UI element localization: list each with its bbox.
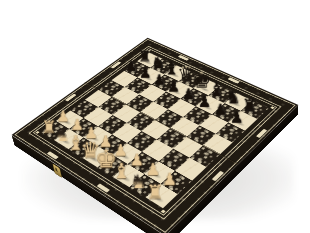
chess-board: ♜♞♝♛♚♝♞♜♟♟♟♟♟♟♟♟♟♟♟♟♟♟♟♟♜♞♝♛♚♝♞♜ <box>12 38 299 233</box>
piece-black-pawn: ♟ <box>230 110 244 125</box>
scene: ♜♞♝♛♚♝♞♜♟♟♟♟♟♟♟♟♟♟♟♟♟♟♟♟♜♞♝♛♚♝♞♜ <box>0 0 310 233</box>
product-photo-chess-set: ♜♞♝♛♚♝♞♜♟♟♟♟♟♟♟♟♟♟♟♟♟♟♟♟♜♞♝♛♚♝♞♜ <box>0 0 310 233</box>
